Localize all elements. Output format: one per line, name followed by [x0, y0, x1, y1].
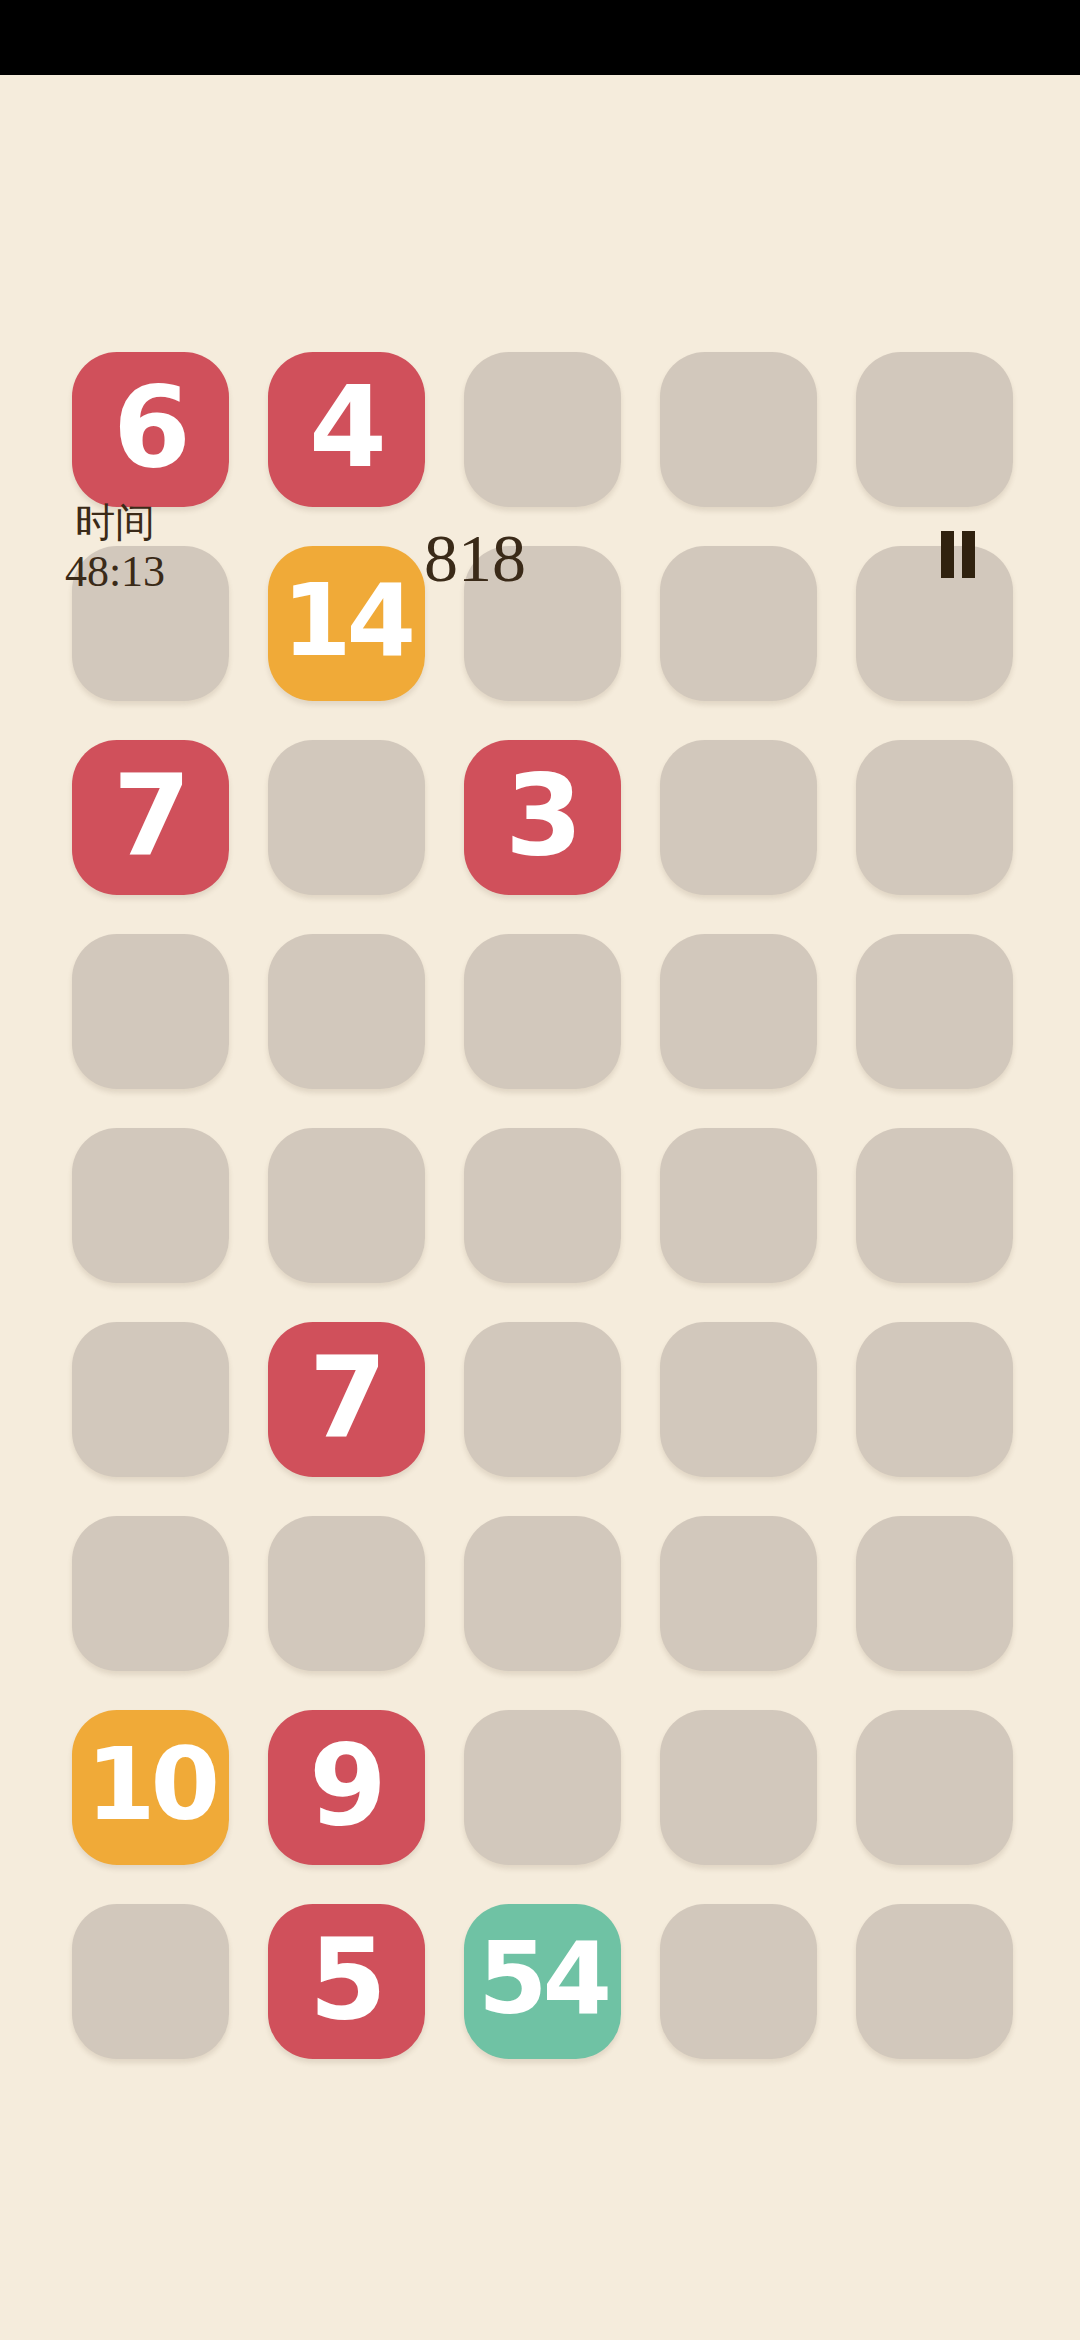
empty-cell-r3c5: [856, 740, 1013, 895]
timer-value: 48:13: [35, 548, 195, 596]
tile-r9c3-54[interactable]: 54: [464, 1904, 621, 2059]
empty-cell-r9c5: [856, 1904, 1013, 2059]
status-bar: [0, 0, 1080, 75]
tile-r3c1-7[interactable]: 7: [72, 740, 229, 895]
empty-cell-r7c5: [856, 1516, 1013, 1671]
empty-cell-r5c2: [268, 1128, 425, 1283]
empty-cell-r5c5: [856, 1128, 1013, 1283]
pause-icon: [962, 531, 975, 578]
score-value: 818: [395, 524, 555, 592]
tile-r1c2-4[interactable]: 4: [268, 352, 425, 507]
empty-cell-r3c2: [268, 740, 425, 895]
tile-r6c2-7[interactable]: 7: [268, 1322, 425, 1477]
empty-cell-r5c4: [660, 1128, 817, 1283]
empty-cell-r1c4: [660, 352, 817, 507]
empty-cell-r6c1: [72, 1322, 229, 1477]
empty-cell-r6c4: [660, 1322, 817, 1477]
empty-cell-r7c1: [72, 1516, 229, 1671]
empty-cell-r4c3: [464, 934, 621, 1089]
empty-cell-r6c3: [464, 1322, 621, 1477]
empty-cell-r8c3: [464, 1710, 621, 1865]
empty-cell-r7c3: [464, 1516, 621, 1671]
empty-cell-r6c5: [856, 1322, 1013, 1477]
tile-r1c1-6[interactable]: 6: [72, 352, 229, 507]
empty-cell-r9c4: [660, 1904, 817, 2059]
empty-cell-r5c1: [72, 1128, 229, 1283]
empty-cell-r2c4: [660, 546, 817, 701]
empty-cell-r4c5: [856, 934, 1013, 1089]
board: 6414737109554: [72, 352, 1013, 2059]
game-screen: 时间 48:13 818 6414737109554: [0, 0, 1080, 2340]
empty-cell-r4c4: [660, 934, 817, 1089]
empty-cell-r1c3: [464, 352, 621, 507]
timer-block: 时间 48:13: [35, 500, 195, 596]
empty-cell-r4c1: [72, 934, 229, 1089]
tile-r8c2-9[interactable]: 9: [268, 1710, 425, 1865]
tile-r9c2-5[interactable]: 5: [268, 1904, 425, 2059]
empty-cell-r7c2: [268, 1516, 425, 1671]
empty-cell-r8c4: [660, 1710, 817, 1865]
tile-r3c3-3[interactable]: 3: [464, 740, 621, 895]
pause-button[interactable]: [935, 525, 981, 584]
empty-cell-r7c4: [660, 1516, 817, 1671]
empty-cell-r5c3: [464, 1128, 621, 1283]
empty-cell-r9c1: [72, 1904, 229, 2059]
pause-icon: [941, 531, 954, 578]
empty-cell-r3c4: [660, 740, 817, 895]
empty-cell-r1c5: [856, 352, 1013, 507]
timer-label: 时间: [35, 500, 195, 544]
empty-cell-r4c2: [268, 934, 425, 1089]
tile-r8c1-10[interactable]: 10: [72, 1710, 229, 1865]
empty-cell-r8c5: [856, 1710, 1013, 1865]
